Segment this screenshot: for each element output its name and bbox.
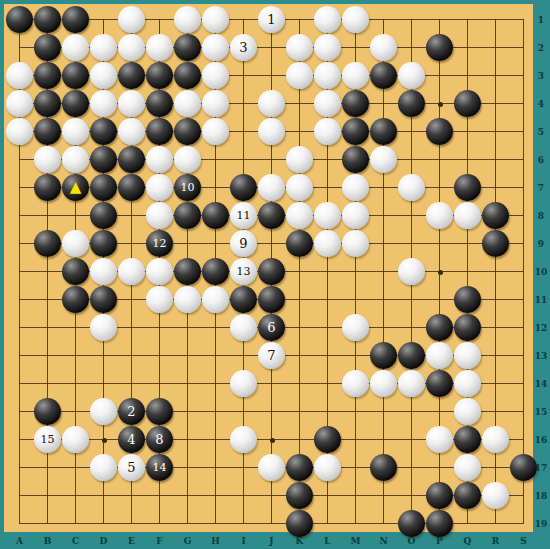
stone-F2[interactable] bbox=[146, 34, 173, 61]
row-label-9: 9 bbox=[538, 239, 544, 249]
stone-H5[interactable] bbox=[202, 118, 229, 145]
stone-K2[interactable] bbox=[286, 34, 313, 61]
col-label-Q: Q bbox=[464, 536, 472, 546]
stone-E7[interactable] bbox=[118, 174, 145, 201]
stone-K7[interactable] bbox=[286, 174, 313, 201]
stone-J8[interactable] bbox=[258, 202, 285, 229]
stone-P19[interactable] bbox=[426, 510, 453, 537]
row-label-2: 2 bbox=[538, 43, 544, 53]
stone-Q15[interactable] bbox=[454, 398, 481, 425]
stone-Q14[interactable] bbox=[454, 370, 481, 397]
stone-N14[interactable] bbox=[370, 370, 397, 397]
stone-Q16[interactable] bbox=[454, 426, 481, 453]
star-point-P4 bbox=[438, 102, 443, 107]
col-label-C: C bbox=[72, 536, 79, 546]
stone-G2[interactable] bbox=[174, 34, 201, 61]
stone-Q13[interactable] bbox=[454, 342, 481, 369]
stone-R16[interactable] bbox=[482, 426, 509, 453]
stone-L16[interactable] bbox=[314, 426, 341, 453]
triangle-marker-icon: ▲ bbox=[70, 180, 82, 195]
stone-D11[interactable] bbox=[90, 286, 117, 313]
stone-J5[interactable] bbox=[258, 118, 285, 145]
stone-I9[interactable]: 9 bbox=[230, 230, 257, 257]
stone-H4[interactable] bbox=[202, 90, 229, 117]
col-label-N: N bbox=[379, 536, 387, 546]
stone-E17[interactable]: 5 bbox=[118, 454, 145, 481]
row-label-3: 3 bbox=[538, 71, 544, 81]
stone-F6[interactable] bbox=[146, 146, 173, 173]
go-board[interactable]: 13▲1011129136721548514 bbox=[4, 4, 533, 532]
stone-G6[interactable] bbox=[174, 146, 201, 173]
stone-I10[interactable]: 13 bbox=[230, 258, 257, 285]
stone-J7[interactable] bbox=[258, 174, 285, 201]
stone-B2[interactable] bbox=[34, 34, 61, 61]
col-label-F: F bbox=[156, 536, 162, 546]
stone-M12[interactable] bbox=[342, 314, 369, 341]
stone-F9[interactable]: 12 bbox=[146, 230, 173, 257]
stone-K6[interactable] bbox=[286, 146, 313, 173]
stone-C2[interactable] bbox=[62, 34, 89, 61]
stone-B7[interactable] bbox=[34, 174, 61, 201]
stone-C11[interactable] bbox=[62, 286, 89, 313]
stone-H1[interactable] bbox=[202, 6, 229, 33]
stone-E5[interactable] bbox=[118, 118, 145, 145]
stone-F11[interactable] bbox=[146, 286, 173, 313]
stone-D3[interactable] bbox=[90, 62, 117, 89]
stone-P18[interactable] bbox=[426, 482, 453, 509]
stone-L1[interactable] bbox=[314, 6, 341, 33]
stone-C6[interactable] bbox=[62, 146, 89, 173]
stone-O4[interactable] bbox=[398, 90, 425, 117]
stone-B5[interactable] bbox=[34, 118, 61, 145]
stone-N5[interactable] bbox=[370, 118, 397, 145]
stone-F4[interactable] bbox=[146, 90, 173, 117]
stone-D10[interactable] bbox=[90, 258, 117, 285]
col-label-H: H bbox=[211, 536, 220, 546]
stone-B15[interactable] bbox=[34, 398, 61, 425]
stone-P12[interactable] bbox=[426, 314, 453, 341]
stone-N3[interactable] bbox=[370, 62, 397, 89]
stone-C4[interactable] bbox=[62, 90, 89, 117]
col-label-B: B bbox=[44, 536, 52, 546]
stone-G8[interactable] bbox=[174, 202, 201, 229]
stone-P8[interactable] bbox=[426, 202, 453, 229]
stone-D17[interactable] bbox=[90, 454, 117, 481]
row-label-13: 13 bbox=[535, 351, 548, 361]
col-label-J: J bbox=[269, 536, 273, 546]
col-label-R: R bbox=[492, 536, 499, 546]
stone-B1[interactable] bbox=[34, 6, 61, 33]
stone-K19[interactable] bbox=[286, 510, 313, 537]
col-label-S: S bbox=[520, 536, 527, 546]
stone-J10[interactable] bbox=[258, 258, 285, 285]
stone-G5[interactable] bbox=[174, 118, 201, 145]
stone-D6[interactable] bbox=[90, 146, 117, 173]
stone-G4[interactable] bbox=[174, 90, 201, 117]
stone-A1[interactable] bbox=[6, 6, 33, 33]
stone-J4[interactable] bbox=[258, 90, 285, 117]
stone-P14[interactable] bbox=[426, 370, 453, 397]
stone-H3[interactable] bbox=[202, 62, 229, 89]
stone-C5[interactable] bbox=[62, 118, 89, 145]
stone-M7[interactable] bbox=[342, 174, 369, 201]
stone-Q18[interactable] bbox=[454, 482, 481, 509]
stone-K8[interactable] bbox=[286, 202, 313, 229]
stone-M8[interactable] bbox=[342, 202, 369, 229]
star-point-J16 bbox=[270, 438, 275, 443]
stone-N6[interactable] bbox=[370, 146, 397, 173]
stone-Q11[interactable] bbox=[454, 286, 481, 313]
col-label-D: D bbox=[100, 536, 108, 546]
star-point-P10 bbox=[438, 270, 443, 275]
stone-R9[interactable] bbox=[482, 230, 509, 257]
stone-O19[interactable] bbox=[398, 510, 425, 537]
stone-K9[interactable] bbox=[286, 230, 313, 257]
stone-R18[interactable] bbox=[482, 482, 509, 509]
stone-H11[interactable] bbox=[202, 286, 229, 313]
stone-N17[interactable] bbox=[370, 454, 397, 481]
stone-L5[interactable] bbox=[314, 118, 341, 145]
stone-G11[interactable] bbox=[174, 286, 201, 313]
row-label-5: 5 bbox=[538, 127, 544, 137]
stone-K18[interactable] bbox=[286, 482, 313, 509]
stone-M3[interactable] bbox=[342, 62, 369, 89]
stone-C3[interactable] bbox=[62, 62, 89, 89]
stone-D2[interactable] bbox=[90, 34, 117, 61]
col-label-G: G bbox=[184, 536, 192, 546]
stone-E4[interactable] bbox=[118, 90, 145, 117]
stone-I11[interactable] bbox=[230, 286, 257, 313]
col-label-I: I bbox=[241, 536, 245, 546]
stone-F16[interactable]: 8 bbox=[146, 426, 173, 453]
stone-L8[interactable] bbox=[314, 202, 341, 229]
stone-D8[interactable] bbox=[90, 202, 117, 229]
stone-F5[interactable] bbox=[146, 118, 173, 145]
stone-K3[interactable] bbox=[286, 62, 313, 89]
stone-M14[interactable] bbox=[342, 370, 369, 397]
stone-B3[interactable] bbox=[34, 62, 61, 89]
stone-C16[interactable] bbox=[62, 426, 89, 453]
star-point-D16 bbox=[102, 438, 107, 443]
stone-D7[interactable] bbox=[90, 174, 117, 201]
stone-Q12[interactable] bbox=[454, 314, 481, 341]
stone-E2[interactable] bbox=[118, 34, 145, 61]
stone-B9[interactable] bbox=[34, 230, 61, 257]
col-label-E: E bbox=[128, 536, 135, 546]
stone-E3[interactable] bbox=[118, 62, 145, 89]
stone-J17[interactable] bbox=[258, 454, 285, 481]
row-label-15: 15 bbox=[535, 407, 548, 417]
col-label-A: A bbox=[16, 536, 23, 546]
stone-I7[interactable] bbox=[230, 174, 257, 201]
stone-G7[interactable]: 10 bbox=[174, 174, 201, 201]
row-label-1: 1 bbox=[538, 15, 544, 25]
stone-I14[interactable] bbox=[230, 370, 257, 397]
stone-B16[interactable]: 15 bbox=[34, 426, 61, 453]
stone-F15[interactable] bbox=[146, 398, 173, 425]
stone-E10[interactable] bbox=[118, 258, 145, 285]
stone-F3[interactable] bbox=[146, 62, 173, 89]
stone-M5[interactable] bbox=[342, 118, 369, 145]
stone-N13[interactable] bbox=[370, 342, 397, 369]
col-label-L: L bbox=[324, 536, 330, 546]
stone-F10[interactable] bbox=[146, 258, 173, 285]
stone-P16[interactable] bbox=[426, 426, 453, 453]
stone-R8[interactable] bbox=[482, 202, 509, 229]
stone-D4[interactable] bbox=[90, 90, 117, 117]
stone-E1[interactable] bbox=[118, 6, 145, 33]
stone-Q17[interactable] bbox=[454, 454, 481, 481]
stone-S17[interactable] bbox=[510, 454, 537, 481]
stone-F8[interactable] bbox=[146, 202, 173, 229]
row-label-12: 12 bbox=[535, 323, 548, 333]
stone-Q4[interactable] bbox=[454, 90, 481, 117]
row-label-8: 8 bbox=[538, 211, 544, 221]
col-label-P: P bbox=[436, 536, 443, 546]
stone-N2[interactable] bbox=[370, 34, 397, 61]
stone-P2[interactable] bbox=[426, 34, 453, 61]
stone-G1[interactable] bbox=[174, 6, 201, 33]
stone-O13[interactable] bbox=[398, 342, 425, 369]
stone-J13[interactable]: 7 bbox=[258, 342, 285, 369]
stone-B6[interactable] bbox=[34, 146, 61, 173]
stone-I16[interactable] bbox=[230, 426, 257, 453]
stone-M4[interactable] bbox=[342, 90, 369, 117]
stone-B4[interactable] bbox=[34, 90, 61, 117]
stone-I8[interactable]: 11 bbox=[230, 202, 257, 229]
col-label-K: K bbox=[296, 536, 304, 546]
stone-A4[interactable] bbox=[6, 90, 33, 117]
stone-M1[interactable] bbox=[342, 6, 369, 33]
stone-O14[interactable] bbox=[398, 370, 425, 397]
stone-K17[interactable] bbox=[286, 454, 313, 481]
row-label-4: 4 bbox=[538, 99, 544, 109]
stone-I2[interactable]: 3 bbox=[230, 34, 257, 61]
stone-H10[interactable] bbox=[202, 258, 229, 285]
stone-J12[interactable]: 6 bbox=[258, 314, 285, 341]
stone-C7[interactable]: ▲ bbox=[62, 174, 89, 201]
stone-P5[interactable] bbox=[426, 118, 453, 145]
stone-G10[interactable] bbox=[174, 258, 201, 285]
stone-M9[interactable] bbox=[342, 230, 369, 257]
stone-Q8[interactable] bbox=[454, 202, 481, 229]
stone-L3[interactable] bbox=[314, 62, 341, 89]
stone-E6[interactable] bbox=[118, 146, 145, 173]
stone-C10[interactable] bbox=[62, 258, 89, 285]
stone-O3[interactable] bbox=[398, 62, 425, 89]
stone-A5[interactable] bbox=[6, 118, 33, 145]
stone-F7[interactable] bbox=[146, 174, 173, 201]
stone-L2[interactable] bbox=[314, 34, 341, 61]
stone-C9[interactable] bbox=[62, 230, 89, 257]
row-label-19: 19 bbox=[535, 519, 548, 529]
stone-D15[interactable] bbox=[90, 398, 117, 425]
stone-J1[interactable]: 1 bbox=[258, 6, 285, 33]
stone-M6[interactable] bbox=[342, 146, 369, 173]
stone-E16[interactable]: 4 bbox=[118, 426, 145, 453]
stone-H8[interactable] bbox=[202, 202, 229, 229]
stone-D12[interactable] bbox=[90, 314, 117, 341]
stone-G3[interactable] bbox=[174, 62, 201, 89]
row-label-17: 17 bbox=[535, 463, 548, 473]
row-label-14: 14 bbox=[535, 379, 548, 389]
row-label-11: 11 bbox=[535, 295, 548, 305]
stone-L9[interactable] bbox=[314, 230, 341, 257]
stone-Q7[interactable] bbox=[454, 174, 481, 201]
stone-L4[interactable] bbox=[314, 90, 341, 117]
stone-H2[interactable] bbox=[202, 34, 229, 61]
row-label-7: 7 bbox=[538, 183, 544, 193]
stone-C1[interactable] bbox=[62, 6, 89, 33]
stone-A3[interactable] bbox=[6, 62, 33, 89]
stone-E15[interactable]: 2 bbox=[118, 398, 145, 425]
stone-J11[interactable] bbox=[258, 286, 285, 313]
stone-F17[interactable]: 14 bbox=[146, 454, 173, 481]
stone-O7[interactable] bbox=[398, 174, 425, 201]
col-label-O: O bbox=[408, 536, 416, 546]
go-app-window: 13▲1011129136721548514 12345678910111213… bbox=[0, 0, 550, 549]
stone-D5[interactable] bbox=[90, 118, 117, 145]
stone-I12[interactable] bbox=[230, 314, 257, 341]
stone-P13[interactable] bbox=[426, 342, 453, 369]
row-label-6: 6 bbox=[538, 155, 544, 165]
row-label-18: 18 bbox=[535, 491, 548, 501]
row-label-10: 10 bbox=[535, 267, 548, 277]
stone-O10[interactable] bbox=[398, 258, 425, 285]
stone-L17[interactable] bbox=[314, 454, 341, 481]
row-label-16: 16 bbox=[535, 435, 548, 445]
stone-D9[interactable] bbox=[90, 230, 117, 257]
col-label-M: M bbox=[351, 536, 361, 546]
